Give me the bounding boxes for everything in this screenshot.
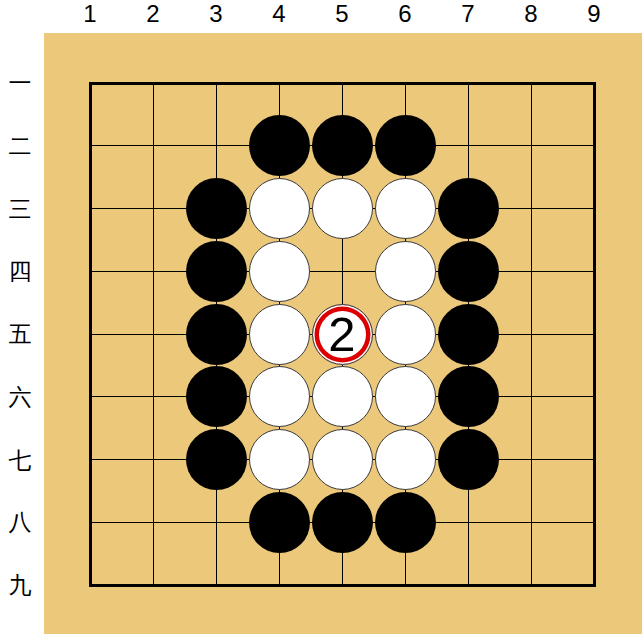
board-point[interactable]: [185, 240, 248, 303]
stone-white-marked: 2: [312, 304, 373, 365]
board-point[interactable]: [311, 365, 374, 428]
board-point[interactable]: [248, 303, 311, 366]
board-point[interactable]: [563, 428, 626, 491]
stone-white: [375, 366, 436, 427]
stone-white: [375, 429, 436, 490]
board-point[interactable]: [59, 554, 122, 617]
stone-black: [438, 241, 499, 302]
row-label: 九: [0, 570, 40, 600]
board-point[interactable]: [563, 365, 626, 428]
stone-black: [186, 304, 247, 365]
board-points: 2: [59, 52, 626, 617]
board-point[interactable]: [248, 365, 311, 428]
board-point[interactable]: [563, 554, 626, 617]
board-point[interactable]: [185, 554, 248, 617]
stone-black: [312, 492, 373, 553]
board-point[interactable]: [59, 52, 122, 115]
stone-white: [375, 304, 436, 365]
stone-white: [249, 304, 310, 365]
row-label: 七: [0, 445, 40, 475]
board-point[interactable]: [59, 428, 122, 491]
stone-white: [375, 241, 436, 302]
stone-black: [438, 366, 499, 427]
board-point[interactable]: [122, 365, 185, 428]
stone-black: [375, 492, 436, 553]
go-board: 2: [44, 33, 642, 634]
stone-black: [438, 178, 499, 239]
board-point[interactable]: [563, 177, 626, 240]
stone-black: [249, 115, 310, 176]
column-label: 8: [524, 0, 537, 28]
stone-black: [312, 115, 373, 176]
board-point[interactable]: [122, 428, 185, 491]
column-label: 6: [398, 0, 411, 28]
board-point[interactable]: [437, 428, 500, 491]
board-point[interactable]: [437, 52, 500, 115]
board-point[interactable]: [500, 52, 563, 115]
board-point[interactable]: [311, 114, 374, 177]
board-point[interactable]: [311, 240, 374, 303]
stone-black: [438, 429, 499, 490]
column-label: 3: [209, 0, 222, 28]
board-point[interactable]: [59, 114, 122, 177]
board-point[interactable]: [185, 52, 248, 115]
column-label: 4: [272, 0, 285, 28]
row-label: 一: [0, 68, 40, 98]
board-point[interactable]: [185, 303, 248, 366]
stone-black: [186, 429, 247, 490]
column-label: 1: [83, 0, 96, 28]
board-point[interactable]: [500, 303, 563, 366]
board-point[interactable]: [563, 52, 626, 115]
board-point[interactable]: [500, 177, 563, 240]
board-point[interactable]: [500, 428, 563, 491]
board-point[interactable]: [437, 491, 500, 554]
board-point[interactable]: [185, 491, 248, 554]
board-point[interactable]: [563, 303, 626, 366]
stone-white: [312, 366, 373, 427]
board-point[interactable]: [311, 491, 374, 554]
board-point[interactable]: [185, 114, 248, 177]
stone-black: [186, 178, 247, 239]
board-point[interactable]: [500, 114, 563, 177]
row-label: 五: [0, 319, 40, 349]
column-label: 5: [335, 0, 348, 28]
board-point[interactable]: [122, 177, 185, 240]
board-point[interactable]: [59, 177, 122, 240]
board-point[interactable]: [563, 114, 626, 177]
board-point[interactable]: [563, 240, 626, 303]
stone-white: [249, 429, 310, 490]
board-point[interactable]: [374, 240, 437, 303]
board-point[interactable]: [311, 52, 374, 115]
board-point[interactable]: [437, 177, 500, 240]
board-point[interactable]: [122, 114, 185, 177]
board-point[interactable]: [122, 303, 185, 366]
board-point[interactable]: [59, 365, 122, 428]
stone-black: [438, 304, 499, 365]
board-point[interactable]: [437, 114, 500, 177]
board-point[interactable]: 2: [311, 303, 374, 366]
board-point[interactable]: [122, 554, 185, 617]
board-point[interactable]: [122, 52, 185, 115]
board-point[interactable]: [311, 428, 374, 491]
board-point[interactable]: [374, 554, 437, 617]
row-label: 三: [0, 194, 40, 224]
row-label: 二: [0, 131, 40, 161]
row-label: 八: [0, 507, 40, 537]
board-point[interactable]: [248, 114, 311, 177]
board-point[interactable]: [59, 303, 122, 366]
board-point[interactable]: [374, 52, 437, 115]
board-point[interactable]: [185, 365, 248, 428]
row-label: 四: [0, 256, 40, 286]
board-point[interactable]: [248, 554, 311, 617]
stone-black: [186, 366, 247, 427]
board-point[interactable]: [374, 365, 437, 428]
board-point[interactable]: [500, 365, 563, 428]
move-number-label: 2: [328, 310, 355, 359]
stone-white: [312, 178, 373, 239]
board-point[interactable]: [500, 240, 563, 303]
column-label: 9: [587, 0, 600, 28]
board-point[interactable]: [248, 52, 311, 115]
board-point[interactable]: [500, 491, 563, 554]
board-point[interactable]: [59, 491, 122, 554]
board-point[interactable]: [437, 554, 500, 617]
board-point[interactable]: [311, 177, 374, 240]
board-point[interactable]: [374, 491, 437, 554]
board-point[interactable]: [248, 177, 311, 240]
column-label: 2: [146, 0, 159, 28]
board-point[interactable]: [437, 303, 500, 366]
stone-white: [249, 178, 310, 239]
board-point[interactable]: [248, 491, 311, 554]
stone-black: [186, 241, 247, 302]
board-point[interactable]: [248, 240, 311, 303]
board-point[interactable]: [122, 491, 185, 554]
stone-black: [249, 492, 310, 553]
board-point[interactable]: [563, 491, 626, 554]
board-point[interactable]: [59, 240, 122, 303]
stone-black: [375, 115, 436, 176]
board-point[interactable]: [311, 554, 374, 617]
stone-white: [375, 178, 436, 239]
board-point[interactable]: [185, 177, 248, 240]
row-label: 六: [0, 382, 40, 412]
stone-white: [249, 366, 310, 427]
board-point[interactable]: [248, 428, 311, 491]
stone-white: [312, 429, 373, 490]
board-point[interactable]: [437, 365, 500, 428]
board-point[interactable]: [185, 428, 248, 491]
board-point[interactable]: [500, 554, 563, 617]
stone-white: [249, 241, 310, 302]
board-point[interactable]: [374, 303, 437, 366]
board-point[interactable]: [122, 240, 185, 303]
board-point[interactable]: [374, 428, 437, 491]
board-point[interactable]: [374, 177, 437, 240]
board-point[interactable]: [437, 240, 500, 303]
column-label: 7: [461, 0, 474, 28]
board-point[interactable]: [374, 114, 437, 177]
